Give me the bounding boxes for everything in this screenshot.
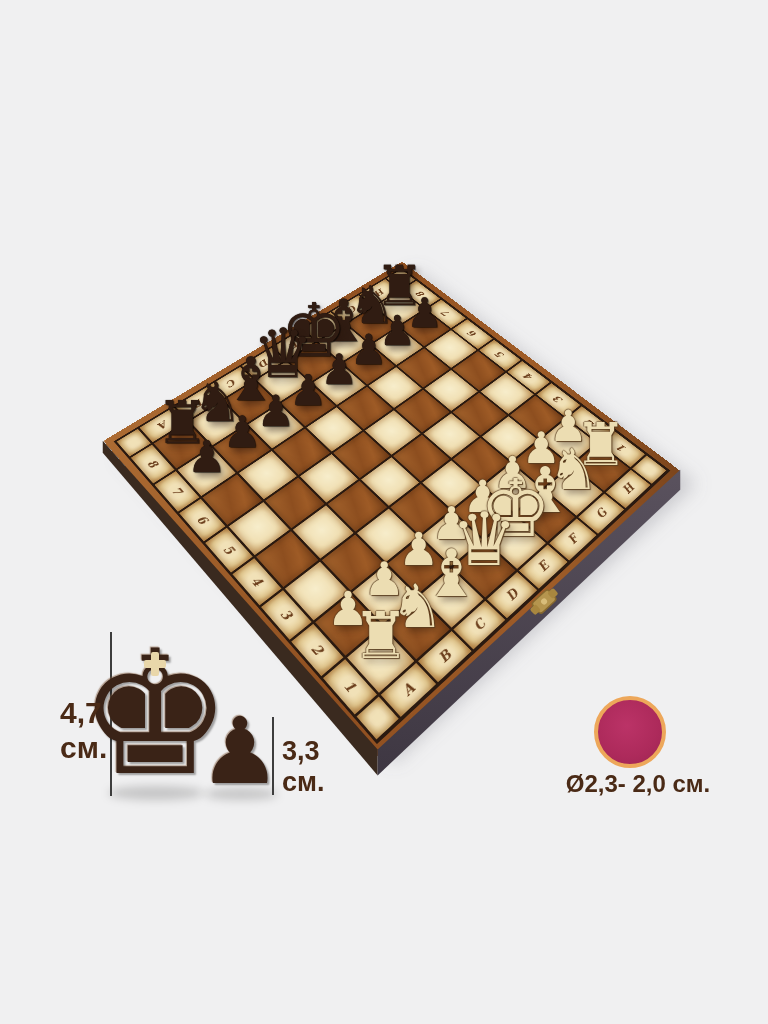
rank-label-text: 1 <box>340 677 359 695</box>
file-label-text: E <box>534 558 552 574</box>
rank-label-text: 4 <box>248 574 266 590</box>
pawn-height-label: 3,3 см. <box>282 736 325 798</box>
rank-label-text: 1 <box>614 442 629 454</box>
file-label-text: B <box>190 397 206 410</box>
file-label-text: E <box>287 339 301 350</box>
file-label-text: G <box>592 506 610 521</box>
rank-label-text: 8 <box>144 457 161 470</box>
rank-label-text: 6 <box>194 513 211 527</box>
chess-board: ABCDEFGH8877665544332211ABCDEFGH <box>177 241 607 671</box>
square-size-swatch <box>594 696 666 768</box>
file-label-text: G <box>345 304 359 314</box>
pawn-height-unit: см. <box>282 767 325 798</box>
rank-label-text: 8 <box>414 290 427 299</box>
rank-label-text: 5 <box>220 542 238 557</box>
file-label-text: A <box>156 418 171 431</box>
file-label-text: C <box>470 616 489 634</box>
file-label-text: F <box>564 532 581 547</box>
product-photo: ABCDEFGH8877665544332211ABCDEFGH ♜♞♝♛♚♝♞… <box>0 0 768 1024</box>
file-label-text: H <box>619 481 637 496</box>
rank-label-text: 6 <box>466 329 480 339</box>
king-cross-icon <box>144 660 166 668</box>
rank-label-text: 5 <box>493 350 507 360</box>
pawn-piece-image: ♟ <box>199 706 281 798</box>
sample-pawn-photo: ♟ <box>202 710 278 798</box>
file-label-text: H <box>372 287 387 298</box>
pawn-height-value: 3,3 <box>282 736 325 767</box>
square-diameter-label: Ø2,3- 2,0 см. <box>548 770 728 798</box>
file-label-text: B <box>435 647 455 666</box>
rank-label-text: 2 <box>308 641 327 658</box>
file-label-text: F <box>317 321 331 331</box>
file-label-text: A <box>399 680 419 700</box>
file-label-text: C <box>224 377 239 389</box>
king-height-label: 4,7 см. <box>60 696 107 765</box>
rank-label-text: 4 <box>521 372 535 383</box>
rank-label-text: 7 <box>168 484 185 497</box>
file-label-text: D <box>256 357 271 369</box>
sample-king-photo: ♚ <box>100 626 210 800</box>
king-height-unit: см. <box>60 731 107 766</box>
pawn-measure-line <box>272 717 274 795</box>
king-height-value: 4,7 <box>60 696 107 731</box>
rank-label-text: 3 <box>551 394 565 405</box>
rank-label-text: 2 <box>582 418 597 430</box>
rank-label-text: 3 <box>277 606 295 623</box>
rank-label-text: 7 <box>439 309 452 318</box>
file-label-text: D <box>503 586 522 604</box>
